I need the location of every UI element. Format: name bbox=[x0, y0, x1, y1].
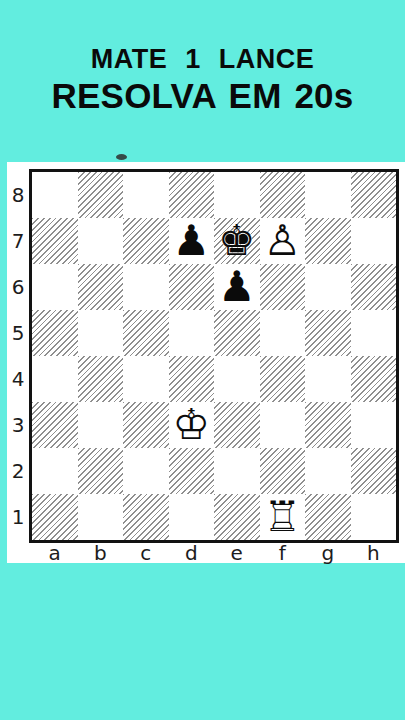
puzzle-title: MATE 1 LANCE RESOLVA EM 20s bbox=[0, 44, 405, 115]
square-a1[interactable] bbox=[32, 494, 78, 540]
square-d8[interactable] bbox=[169, 172, 215, 218]
square-e6[interactable]: ♟ bbox=[214, 264, 260, 310]
title-line-2: RESOLVA EM 20s bbox=[0, 77, 405, 115]
square-d1[interactable] bbox=[169, 494, 215, 540]
square-h5[interactable] bbox=[351, 310, 397, 356]
square-f8[interactable] bbox=[260, 172, 306, 218]
cropped-text-artifact bbox=[116, 154, 127, 160]
rank-label-1: 1 bbox=[7, 494, 29, 540]
square-e1[interactable] bbox=[214, 494, 260, 540]
black-pawn-piece: ♟ bbox=[172, 218, 210, 264]
square-d5[interactable] bbox=[169, 310, 215, 356]
rank-labels: 87654321 bbox=[7, 172, 29, 540]
square-f4[interactable] bbox=[260, 356, 306, 402]
square-e3[interactable] bbox=[214, 402, 260, 448]
square-b3[interactable] bbox=[78, 402, 124, 448]
board-panel: 87654321 ♟♚♙♟♔♖ abcdefgh bbox=[7, 162, 405, 563]
rank-label-8: 8 bbox=[7, 172, 29, 218]
square-c6[interactable] bbox=[123, 264, 169, 310]
square-h2[interactable] bbox=[351, 448, 397, 494]
rank-label-5: 5 bbox=[7, 310, 29, 356]
file-label-g: g bbox=[305, 544, 351, 563]
square-d7[interactable]: ♟ bbox=[169, 218, 215, 264]
rank-label-2: 2 bbox=[7, 448, 29, 494]
square-b6[interactable] bbox=[78, 264, 124, 310]
square-g6[interactable] bbox=[305, 264, 351, 310]
square-b8[interactable] bbox=[78, 172, 124, 218]
square-f2[interactable] bbox=[260, 448, 306, 494]
square-c7[interactable] bbox=[123, 218, 169, 264]
square-a4[interactable] bbox=[32, 356, 78, 402]
title-line-1: MATE 1 LANCE bbox=[0, 44, 405, 74]
square-g3[interactable] bbox=[305, 402, 351, 448]
square-f1[interactable]: ♖ bbox=[260, 494, 306, 540]
square-h8[interactable] bbox=[351, 172, 397, 218]
square-c8[interactable] bbox=[123, 172, 169, 218]
square-c2[interactable] bbox=[123, 448, 169, 494]
square-a7[interactable] bbox=[32, 218, 78, 264]
chess-board: ♟♚♙♟♔♖ bbox=[29, 169, 399, 543]
square-h6[interactable] bbox=[351, 264, 397, 310]
black-king-piece: ♚ bbox=[218, 218, 256, 264]
square-f6[interactable] bbox=[260, 264, 306, 310]
square-d2[interactable] bbox=[169, 448, 215, 494]
square-c5[interactable] bbox=[123, 310, 169, 356]
square-c1[interactable] bbox=[123, 494, 169, 540]
square-g4[interactable] bbox=[305, 356, 351, 402]
square-a6[interactable] bbox=[32, 264, 78, 310]
square-g5[interactable] bbox=[305, 310, 351, 356]
square-d6[interactable] bbox=[169, 264, 215, 310]
square-g1[interactable] bbox=[305, 494, 351, 540]
white-king-piece: ♔ bbox=[172, 402, 210, 448]
white-pawn-piece: ♙ bbox=[263, 218, 301, 264]
file-label-f: f bbox=[260, 544, 306, 563]
rank-label-3: 3 bbox=[7, 402, 29, 448]
square-a3[interactable] bbox=[32, 402, 78, 448]
square-g2[interactable] bbox=[305, 448, 351, 494]
square-d3[interactable]: ♔ bbox=[169, 402, 215, 448]
file-label-e: e bbox=[214, 544, 260, 563]
rank-label-7: 7 bbox=[7, 218, 29, 264]
square-e8[interactable] bbox=[214, 172, 260, 218]
square-c4[interactable] bbox=[123, 356, 169, 402]
file-label-b: b bbox=[78, 544, 124, 563]
square-f3[interactable] bbox=[260, 402, 306, 448]
square-g8[interactable] bbox=[305, 172, 351, 218]
square-h1[interactable] bbox=[351, 494, 397, 540]
rank-label-6: 6 bbox=[7, 264, 29, 310]
square-c3[interactable] bbox=[123, 402, 169, 448]
square-e5[interactable] bbox=[214, 310, 260, 356]
square-b7[interactable] bbox=[78, 218, 124, 264]
square-f5[interactable] bbox=[260, 310, 306, 356]
square-g7[interactable] bbox=[305, 218, 351, 264]
file-label-c: c bbox=[123, 544, 169, 563]
square-d4[interactable] bbox=[169, 356, 215, 402]
square-h3[interactable] bbox=[351, 402, 397, 448]
square-e2[interactable] bbox=[214, 448, 260, 494]
white-rook-piece: ♖ bbox=[263, 494, 301, 540]
square-h7[interactable] bbox=[351, 218, 397, 264]
file-labels: abcdefgh bbox=[32, 544, 396, 563]
square-h4[interactable] bbox=[351, 356, 397, 402]
rank-label-4: 4 bbox=[7, 356, 29, 402]
file-label-d: d bbox=[169, 544, 215, 563]
square-a8[interactable] bbox=[32, 172, 78, 218]
square-a2[interactable] bbox=[32, 448, 78, 494]
square-b4[interactable] bbox=[78, 356, 124, 402]
square-b5[interactable] bbox=[78, 310, 124, 356]
black-pawn-piece: ♟ bbox=[218, 264, 256, 310]
square-a5[interactable] bbox=[32, 310, 78, 356]
file-label-a: a bbox=[32, 544, 78, 563]
square-b1[interactable] bbox=[78, 494, 124, 540]
square-b2[interactable] bbox=[78, 448, 124, 494]
square-e7[interactable]: ♚ bbox=[214, 218, 260, 264]
square-e4[interactable] bbox=[214, 356, 260, 402]
file-label-h: h bbox=[351, 544, 397, 563]
square-f7[interactable]: ♙ bbox=[260, 218, 306, 264]
